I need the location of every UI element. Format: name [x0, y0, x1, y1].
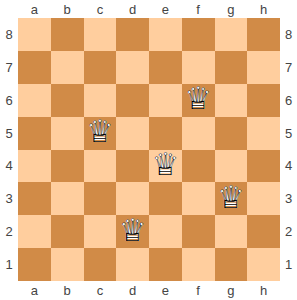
file-bottom-label-f: f — [182, 281, 215, 300]
corner-top-right — [280, 0, 297, 18]
square-g3[interactable]: ♛♕ — [215, 182, 248, 215]
square-d6[interactable] — [116, 84, 149, 117]
square-d7[interactable] — [116, 51, 149, 84]
rank-left-label-6: 6 — [0, 84, 18, 117]
square-f5[interactable] — [182, 117, 215, 150]
square-b5[interactable] — [51, 117, 84, 150]
square-d4[interactable] — [116, 150, 149, 183]
file-bottom-label-c: c — [84, 281, 117, 300]
file-bottom-label-g: g — [215, 281, 248, 300]
square-g4[interactable] — [215, 150, 248, 183]
square-b3[interactable] — [51, 182, 84, 215]
file-top-label-g: g — [215, 0, 248, 18]
square-a2[interactable] — [18, 215, 51, 248]
rank-right-label-7: 7 — [280, 51, 297, 84]
square-h1[interactable] — [247, 248, 280, 281]
white-queen-outline-glyph: ♕ — [151, 150, 179, 181]
white-queen[interactable]: ♛♕ — [215, 182, 248, 215]
square-e5[interactable] — [149, 117, 182, 150]
square-b8[interactable] — [51, 18, 84, 51]
square-a5[interactable] — [18, 117, 51, 150]
rank-left-label-4: 4 — [0, 150, 18, 183]
square-e6[interactable] — [149, 84, 182, 117]
file-bottom-label-h: h — [247, 281, 280, 300]
white-queen[interactable]: ♛♕ — [182, 84, 215, 117]
file-bottom-label-b: b — [51, 281, 84, 300]
file-top-label-b: b — [51, 0, 84, 18]
square-a3[interactable] — [18, 182, 51, 215]
square-g1[interactable] — [215, 248, 248, 281]
white-queen-outline-glyph: ♕ — [184, 84, 212, 115]
square-g7[interactable] — [215, 51, 248, 84]
square-h2[interactable] — [247, 215, 280, 248]
rank-left-label-2: 2 — [0, 215, 18, 248]
corner-bottom-left — [0, 281, 18, 300]
square-a7[interactable] — [18, 51, 51, 84]
square-a6[interactable] — [18, 84, 51, 117]
white-queen[interactable]: ♛♕ — [149, 150, 182, 183]
square-g8[interactable] — [215, 18, 248, 51]
file-bottom-label-e: e — [149, 281, 182, 300]
square-d2[interactable]: ♛♕ — [116, 215, 149, 248]
file-top-label-a: a — [18, 0, 51, 18]
square-a4[interactable] — [18, 150, 51, 183]
file-bottom-label-a: a — [18, 281, 51, 300]
rank-left-label-3: 3 — [0, 182, 18, 215]
square-f1[interactable] — [182, 248, 215, 281]
file-top-label-f: f — [182, 0, 215, 18]
square-h6[interactable] — [247, 84, 280, 117]
square-a8[interactable] — [18, 18, 51, 51]
square-f6[interactable]: ♛♕ — [182, 84, 215, 117]
rank-right-label-4: 4 — [280, 150, 297, 183]
square-f2[interactable] — [182, 215, 215, 248]
square-c1[interactable] — [84, 248, 117, 281]
corner-bottom-right — [280, 281, 297, 300]
square-c5[interactable]: ♛♕ — [84, 117, 117, 150]
rank-right-label-2: 2 — [280, 215, 297, 248]
square-g2[interactable] — [215, 215, 248, 248]
white-queen-outline-glyph: ♕ — [217, 182, 245, 213]
square-d3[interactable] — [116, 182, 149, 215]
file-bottom-label-d: d — [116, 281, 149, 300]
square-e3[interactable] — [149, 182, 182, 215]
rank-right-label-8: 8 — [280, 18, 297, 51]
square-f8[interactable] — [182, 18, 215, 51]
rank-right-label-6: 6 — [280, 84, 297, 117]
file-top-label-d: d — [116, 0, 149, 18]
file-top-label-c: c — [84, 0, 117, 18]
rank-right-label-1: 1 — [280, 248, 297, 281]
square-f4[interactable] — [182, 150, 215, 183]
square-e2[interactable] — [149, 215, 182, 248]
square-d5[interactable] — [116, 117, 149, 150]
square-c2[interactable] — [84, 215, 117, 248]
rank-left-label-1: 1 — [0, 248, 18, 281]
square-b2[interactable] — [51, 215, 84, 248]
rank-left-label-8: 8 — [0, 18, 18, 51]
square-g5[interactable] — [215, 117, 248, 150]
chess-board-diagram: abcdefgh88776♛♕65♛♕54♛♕43♛♕32♛♕211abcdef… — [0, 0, 297, 300]
square-h5[interactable] — [247, 117, 280, 150]
square-b4[interactable] — [51, 150, 84, 183]
white-queen[interactable]: ♛♕ — [116, 215, 149, 248]
square-h8[interactable] — [247, 18, 280, 51]
square-f7[interactable] — [182, 51, 215, 84]
rank-right-label-3: 3 — [280, 182, 297, 215]
square-c7[interactable] — [84, 51, 117, 84]
square-g6[interactable] — [215, 84, 248, 117]
square-b7[interactable] — [51, 51, 84, 84]
square-f3[interactable] — [182, 182, 215, 215]
white-queen-outline-glyph: ♕ — [119, 215, 147, 246]
rank-left-label-7: 7 — [0, 51, 18, 84]
file-top-label-h: h — [247, 0, 280, 18]
square-e4[interactable]: ♛♕ — [149, 150, 182, 183]
square-h3[interactable] — [247, 182, 280, 215]
white-queen-outline-glyph: ♕ — [86, 117, 114, 148]
square-b1[interactable] — [51, 248, 84, 281]
square-c6[interactable] — [84, 84, 117, 117]
square-e7[interactable] — [149, 51, 182, 84]
square-h7[interactable] — [247, 51, 280, 84]
square-e8[interactable] — [149, 18, 182, 51]
square-c4[interactable] — [84, 150, 117, 183]
white-queen[interactable]: ♛♕ — [84, 117, 117, 150]
rank-right-label-5: 5 — [280, 117, 297, 150]
square-b6[interactable] — [51, 84, 84, 117]
square-d8[interactable] — [116, 18, 149, 51]
square-d1[interactable] — [116, 248, 149, 281]
rank-left-label-5: 5 — [0, 117, 18, 150]
square-h4[interactable] — [247, 150, 280, 183]
file-top-label-e: e — [149, 0, 182, 18]
square-a1[interactable] — [18, 248, 51, 281]
square-e1[interactable] — [149, 248, 182, 281]
square-c8[interactable] — [84, 18, 117, 51]
corner-top-left — [0, 0, 18, 18]
square-c3[interactable] — [84, 182, 117, 215]
